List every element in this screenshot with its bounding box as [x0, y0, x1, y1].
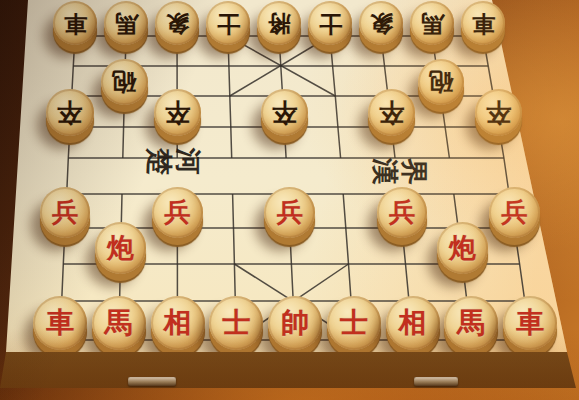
- piece-red-soldier[interactable]: 兵: [264, 187, 315, 238]
- piece-character: 象: [166, 12, 189, 35]
- piece-red-soldier[interactable]: 兵: [377, 187, 428, 238]
- file-line: [330, 36, 341, 158]
- river-char: 楚: [146, 148, 173, 175]
- piece-character: 馬: [457, 309, 485, 337]
- piece-black-chariot[interactable]: 車: [461, 1, 505, 45]
- piece-red-horse[interactable]: 馬: [92, 296, 146, 350]
- piece-character: 相: [399, 309, 427, 337]
- piece-red-general[interactable]: 帥: [268, 296, 322, 350]
- piece-character: 卒: [486, 100, 511, 125]
- piece-red-advisor[interactable]: 士: [209, 296, 263, 350]
- piece-black-elephant[interactable]: 象: [155, 1, 199, 45]
- piece-black-advisor[interactable]: 士: [206, 1, 250, 45]
- piece-character: 卒: [165, 100, 190, 125]
- piece-black-horse[interactable]: 馬: [410, 1, 454, 45]
- piece-character: 砲: [112, 70, 136, 94]
- piece-character: 炮: [107, 234, 134, 261]
- piece-black-soldier[interactable]: 卒: [154, 89, 201, 136]
- piece-character: 士: [217, 12, 240, 35]
- piece-character: 車: [46, 309, 74, 337]
- piece-character: 馬: [115, 12, 138, 35]
- hinge-right: [414, 377, 458, 386]
- piece-black-chariot[interactable]: 車: [53, 1, 97, 45]
- river-char: 漢: [372, 158, 399, 185]
- piece-black-cannon[interactable]: 砲: [101, 59, 147, 105]
- river-label-right: 漢 界: [372, 158, 428, 185]
- piece-character: 炮: [449, 234, 476, 261]
- piece-character: 馬: [105, 309, 133, 337]
- piece-character: 車: [64, 12, 87, 35]
- piece-character: 砲: [429, 70, 453, 94]
- file-line: [228, 36, 232, 158]
- piece-red-soldier[interactable]: 兵: [489, 187, 540, 238]
- piece-red-chariot[interactable]: 車: [503, 296, 557, 350]
- piece-character: 兵: [277, 199, 303, 225]
- piece-black-horse[interactable]: 馬: [104, 1, 148, 45]
- piece-red-advisor[interactable]: 士: [327, 296, 381, 350]
- piece-red-elephant[interactable]: 相: [386, 296, 440, 350]
- piece-character: 象: [370, 12, 393, 35]
- piece-character: 士: [340, 309, 368, 337]
- piece-black-soldier[interactable]: 卒: [46, 89, 93, 136]
- piece-character: 卒: [57, 100, 82, 125]
- hinge-left: [128, 377, 176, 386]
- piece-character: 將: [268, 12, 291, 35]
- piece-red-soldier[interactable]: 兵: [152, 187, 203, 238]
- piece-character: 卒: [379, 100, 404, 125]
- piece-black-cannon[interactable]: 砲: [418, 59, 464, 105]
- piece-red-cannon[interactable]: 炮: [437, 222, 489, 274]
- piece-character: 馬: [421, 12, 444, 35]
- xiangqi-scene: 楚 河 漢 界 車馬象士將士象馬車砲砲卒卒卒卒卒兵兵兵兵兵炮炮車馬相士帥士相馬車: [0, 0, 579, 400]
- piece-character: 士: [319, 12, 342, 35]
- piece-red-soldier[interactable]: 兵: [40, 187, 91, 238]
- piece-character: 卒: [272, 100, 297, 125]
- river-label-left: 楚 河: [146, 148, 202, 175]
- piece-black-advisor[interactable]: 士: [308, 1, 352, 45]
- piece-red-horse[interactable]: 馬: [444, 296, 498, 350]
- piece-character: 兵: [52, 199, 78, 225]
- piece-character: 兵: [389, 199, 415, 225]
- piece-black-general[interactable]: 將: [257, 1, 301, 45]
- piece-character: 車: [516, 309, 544, 337]
- piece-black-elephant[interactable]: 象: [359, 1, 403, 45]
- piece-character: 兵: [164, 199, 190, 225]
- river-char: 河: [175, 148, 202, 175]
- piece-character: 兵: [501, 199, 527, 225]
- piece-character: 帥: [281, 309, 309, 337]
- piece-character: 士: [222, 309, 250, 337]
- piece-red-chariot[interactable]: 車: [33, 296, 87, 350]
- piece-red-elephant[interactable]: 相: [151, 296, 205, 350]
- piece-character: 相: [164, 309, 192, 337]
- piece-black-soldier[interactable]: 卒: [261, 89, 308, 136]
- piece-character: 車: [472, 12, 495, 35]
- piece-red-cannon[interactable]: 炮: [95, 222, 147, 274]
- river-char: 界: [401, 158, 428, 185]
